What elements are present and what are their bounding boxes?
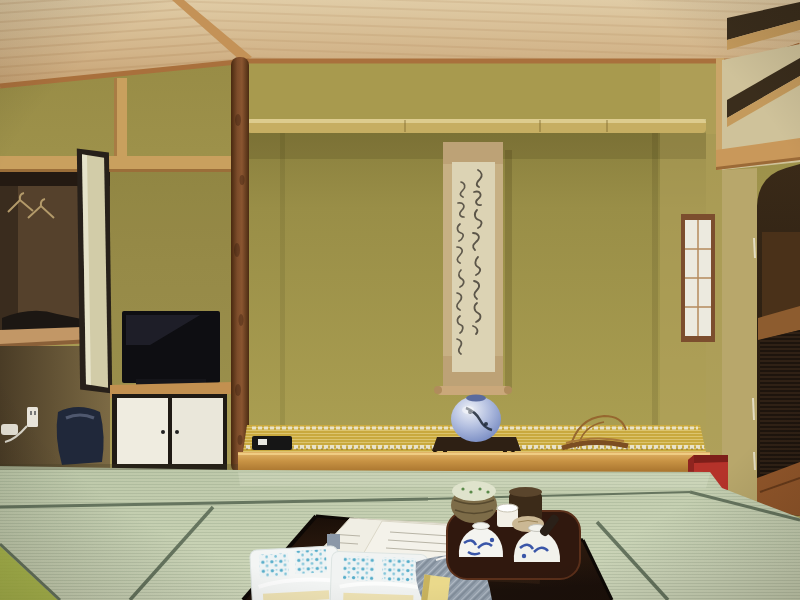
- photo-vignette: [0, 0, 800, 600]
- photo-canvas: [0, 0, 800, 600]
- room-photo: [0, 0, 800, 600]
